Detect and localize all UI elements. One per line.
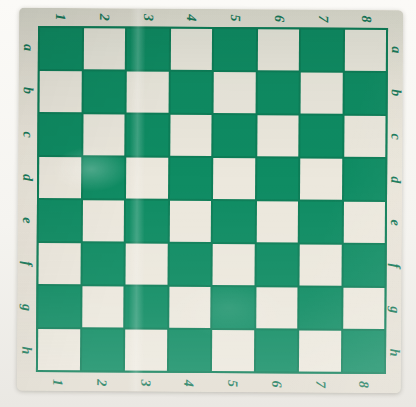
- square-f7[interactable]: [299, 245, 341, 286]
- square-d5[interactable]: [213, 158, 255, 199]
- square-c1[interactable]: [39, 114, 81, 155]
- square-c7[interactable]: [300, 116, 342, 157]
- square-d7[interactable]: [300, 159, 342, 200]
- square-h8[interactable]: [342, 331, 384, 372]
- rank-labels-bottom: 12345678: [36, 374, 386, 393]
- chess-mat: 12345678 12345678 abcdefgh abcdefgh: [17, 8, 403, 393]
- square-f2[interactable]: [82, 243, 124, 284]
- square-e6[interactable]: [256, 201, 298, 242]
- square-g2[interactable]: [82, 286, 124, 327]
- square-g8[interactable]: [343, 288, 385, 329]
- square-f3[interactable]: [125, 243, 167, 284]
- square-g1[interactable]: [38, 286, 80, 327]
- square-g4[interactable]: [169, 287, 211, 328]
- square-e8[interactable]: [343, 202, 385, 243]
- square-h7[interactable]: [299, 331, 341, 372]
- square-h1[interactable]: [38, 329, 80, 370]
- square-e1[interactable]: [39, 200, 81, 241]
- square-g5[interactable]: [212, 287, 254, 328]
- square-f5[interactable]: [212, 244, 254, 285]
- square-b6[interactable]: [257, 72, 299, 113]
- square-g6[interactable]: [256, 287, 298, 328]
- square-a1[interactable]: [40, 28, 82, 69]
- square-a6[interactable]: [257, 29, 299, 70]
- square-a4[interactable]: [170, 29, 212, 70]
- square-g7[interactable]: [299, 288, 341, 329]
- square-c2[interactable]: [83, 114, 125, 155]
- square-f4[interactable]: [169, 244, 211, 285]
- square-f6[interactable]: [256, 244, 298, 285]
- square-c6[interactable]: [257, 115, 299, 156]
- square-a5[interactable]: [214, 29, 256, 70]
- square-e5[interactable]: [213, 201, 255, 242]
- square-h5[interactable]: [212, 330, 254, 371]
- square-h2[interactable]: [81, 329, 123, 370]
- square-d8[interactable]: [344, 159, 386, 200]
- square-e2[interactable]: [82, 200, 124, 241]
- square-b2[interactable]: [83, 71, 125, 112]
- square-h4[interactable]: [168, 330, 210, 371]
- square-a8[interactable]: [344, 30, 386, 71]
- square-b8[interactable]: [344, 73, 386, 114]
- square-b4[interactable]: [170, 72, 212, 113]
- square-b3[interactable]: [127, 71, 169, 112]
- photo-background: 12345678 12345678 abcdefgh abcdefgh: [0, 0, 416, 407]
- square-e4[interactable]: [169, 201, 211, 242]
- square-e3[interactable]: [126, 200, 168, 241]
- square-b7[interactable]: [301, 73, 343, 114]
- chess-board: [36, 26, 388, 374]
- square-a2[interactable]: [83, 28, 125, 69]
- square-c5[interactable]: [213, 115, 255, 156]
- file-labels-right: abcdefgh: [388, 28, 403, 374]
- square-f8[interactable]: [343, 245, 385, 286]
- square-h6[interactable]: [255, 330, 297, 371]
- square-b5[interactable]: [214, 72, 256, 113]
- square-a7[interactable]: [301, 30, 343, 71]
- square-h3[interactable]: [125, 329, 167, 370]
- file-labels-left: abcdefgh: [17, 26, 38, 372]
- square-d1[interactable]: [39, 157, 81, 198]
- square-d4[interactable]: [170, 158, 212, 199]
- square-f1[interactable]: [38, 243, 80, 284]
- square-a3[interactable]: [127, 28, 169, 69]
- square-d2[interactable]: [83, 157, 125, 198]
- square-d3[interactable]: [126, 157, 168, 198]
- square-g3[interactable]: [125, 286, 167, 327]
- square-c8[interactable]: [344, 116, 386, 157]
- square-c4[interactable]: [170, 115, 212, 156]
- square-d6[interactable]: [257, 158, 299, 199]
- square-b1[interactable]: [40, 71, 82, 112]
- rank-labels-top: 12345678: [38, 8, 388, 28]
- square-c3[interactable]: [126, 114, 168, 155]
- square-e7[interactable]: [300, 202, 342, 243]
